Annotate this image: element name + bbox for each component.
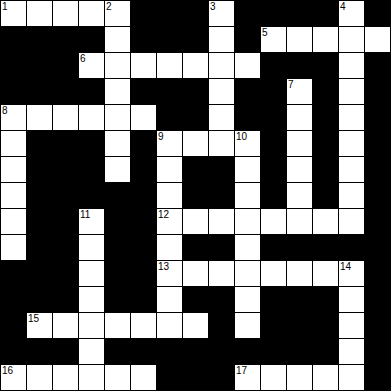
clue-number-12: 12 bbox=[158, 209, 169, 220]
cell-r13-c13[interactable] bbox=[339, 339, 364, 364]
clue-number-9: 9 bbox=[158, 131, 164, 142]
block-r11-c8 bbox=[209, 287, 234, 312]
cell-r10-c11[interactable] bbox=[287, 261, 312, 286]
cell-r14-c5[interactable] bbox=[131, 365, 156, 390]
cell-r3-c13[interactable] bbox=[339, 79, 364, 104]
cell-r5-c13[interactable] bbox=[339, 131, 364, 156]
cell-r12-c1[interactable]: 15 bbox=[27, 313, 52, 338]
cell-r8-c8[interactable] bbox=[209, 209, 234, 234]
cell-r8-c12[interactable] bbox=[313, 209, 338, 234]
cell-r2-c3[interactable]: 6 bbox=[79, 53, 104, 78]
block-r13-c14 bbox=[365, 339, 390, 364]
cell-r4-c5[interactable] bbox=[131, 105, 156, 130]
block-r3-c14 bbox=[365, 79, 390, 104]
clue-number-15: 15 bbox=[28, 313, 39, 324]
cell-r14-c4[interactable] bbox=[105, 365, 130, 390]
block-r3-c5 bbox=[131, 79, 156, 104]
cell-r8-c11[interactable] bbox=[287, 209, 312, 234]
cell-r8-c0[interactable] bbox=[1, 209, 26, 234]
block-r13-c6 bbox=[157, 339, 182, 364]
block-r14-c14 bbox=[365, 365, 390, 390]
block-r11-c11 bbox=[287, 287, 312, 312]
block-r5-c5 bbox=[131, 131, 156, 156]
block-r2-c2 bbox=[53, 53, 78, 78]
block-r13-c7 bbox=[183, 339, 208, 364]
cell-r11-c13[interactable] bbox=[339, 287, 364, 312]
cell-r14-c0[interactable]: 16 bbox=[1, 365, 26, 390]
cell-r14-c1[interactable] bbox=[27, 365, 52, 390]
cell-r2-c6[interactable] bbox=[157, 53, 182, 78]
block-r5-c10 bbox=[261, 131, 286, 156]
cell-r4-c4[interactable] bbox=[105, 105, 130, 130]
block-r9-c1 bbox=[27, 235, 52, 260]
cell-r7-c6[interactable] bbox=[157, 183, 182, 208]
cell-r7-c0[interactable] bbox=[1, 183, 26, 208]
block-r12-c8 bbox=[209, 313, 234, 338]
block-r6-c14 bbox=[365, 157, 390, 182]
cell-r12-c13[interactable] bbox=[339, 313, 364, 338]
cell-r7-c9[interactable] bbox=[235, 183, 260, 208]
clue-number-14: 14 bbox=[340, 261, 351, 272]
block-r7-c3 bbox=[79, 183, 104, 208]
cell-r8-c13[interactable] bbox=[339, 209, 364, 234]
cell-r1-c10[interactable]: 5 bbox=[261, 27, 286, 52]
cell-r6-c6[interactable] bbox=[157, 157, 182, 182]
cell-r0-c8[interactable]: 3 bbox=[209, 1, 234, 26]
cell-r1-c4[interactable] bbox=[105, 27, 130, 52]
cell-r12-c5[interactable] bbox=[131, 313, 156, 338]
block-r4-c10 bbox=[261, 105, 286, 130]
clue-number-11: 11 bbox=[80, 209, 90, 220]
block-r9-c10 bbox=[261, 235, 286, 260]
cell-r8-c7[interactable] bbox=[183, 209, 208, 234]
cell-r4-c1[interactable] bbox=[27, 105, 52, 130]
block-r13-c0 bbox=[1, 339, 26, 364]
cell-r10-c8[interactable] bbox=[209, 261, 234, 286]
block-r0-c10 bbox=[261, 1, 286, 26]
block-r3-c3 bbox=[79, 79, 104, 104]
cell-r10-c10[interactable] bbox=[261, 261, 286, 286]
block-r3-c1 bbox=[27, 79, 52, 104]
cell-r11-c6[interactable] bbox=[157, 287, 182, 312]
cell-r5-c7[interactable] bbox=[183, 131, 208, 156]
cell-r2-c8[interactable] bbox=[209, 53, 234, 78]
block-r0-c14 bbox=[365, 1, 390, 26]
block-r11-c5 bbox=[131, 287, 156, 312]
block-r13-c5 bbox=[131, 339, 156, 364]
block-r0-c11 bbox=[287, 1, 312, 26]
block-r2-c11 bbox=[287, 53, 312, 78]
block-r6-c3 bbox=[79, 157, 104, 182]
cell-r5-c0[interactable] bbox=[1, 131, 26, 156]
block-r4-c9 bbox=[235, 105, 260, 130]
clue-number-16: 16 bbox=[2, 365, 13, 376]
cell-r14-c13[interactable] bbox=[339, 365, 364, 390]
cell-r0-c4[interactable]: 2 bbox=[105, 1, 130, 26]
block-r12-c11 bbox=[287, 313, 312, 338]
block-r1-c3 bbox=[79, 27, 104, 52]
cell-r1-c8[interactable] bbox=[209, 27, 234, 52]
cell-r0-c3[interactable] bbox=[79, 1, 104, 26]
cell-r4-c13[interactable] bbox=[339, 105, 364, 130]
cell-r8-c10[interactable] bbox=[261, 209, 286, 234]
block-r9-c2 bbox=[53, 235, 78, 260]
cell-r14-c11[interactable] bbox=[287, 365, 312, 390]
block-r13-c9 bbox=[235, 339, 260, 364]
cell-r4-c0[interactable]: 8 bbox=[1, 105, 26, 130]
cell-r4-c3[interactable] bbox=[79, 105, 104, 130]
block-r9-c8 bbox=[209, 235, 234, 260]
block-r5-c1 bbox=[27, 131, 52, 156]
clue-number-7: 7 bbox=[288, 79, 294, 90]
cell-r6-c4[interactable] bbox=[105, 157, 130, 182]
block-r8-c4 bbox=[105, 209, 130, 234]
block-r9-c12 bbox=[313, 235, 338, 260]
cell-r11-c9[interactable] bbox=[235, 287, 260, 312]
block-r12-c12 bbox=[313, 313, 338, 338]
block-r11-c14 bbox=[365, 287, 390, 312]
crossword-grid: 1234567891011121314151617 bbox=[0, 0, 391, 391]
cell-r2-c5[interactable] bbox=[131, 53, 156, 78]
block-r10-c5 bbox=[131, 261, 156, 286]
block-r6-c5 bbox=[131, 157, 156, 182]
block-r13-c10 bbox=[261, 339, 286, 364]
block-r11-c2 bbox=[53, 287, 78, 312]
cell-r5-c9[interactable]: 10 bbox=[235, 131, 260, 156]
block-r11-c10 bbox=[261, 287, 286, 312]
block-r14-c7 bbox=[183, 365, 208, 390]
cell-r10-c12[interactable] bbox=[313, 261, 338, 286]
cell-r1-c11[interactable] bbox=[287, 27, 312, 52]
block-r2-c12 bbox=[313, 53, 338, 78]
clue-number-4: 4 bbox=[340, 1, 346, 12]
cell-r8-c3[interactable]: 11 bbox=[79, 209, 104, 234]
block-r9-c5 bbox=[131, 235, 156, 260]
cell-r7-c13[interactable] bbox=[339, 183, 364, 208]
clue-number-10: 10 bbox=[236, 131, 247, 142]
block-r0-c9 bbox=[235, 1, 260, 26]
block-r4-c7 bbox=[183, 105, 208, 130]
cell-r2-c7[interactable] bbox=[183, 53, 208, 78]
block-r1-c1 bbox=[27, 27, 52, 52]
block-r13-c12 bbox=[313, 339, 338, 364]
block-r7-c4 bbox=[105, 183, 130, 208]
block-r8-c1 bbox=[27, 209, 52, 234]
block-r4-c14 bbox=[365, 105, 390, 130]
cell-r5-c4[interactable] bbox=[105, 131, 130, 156]
cell-r10-c13[interactable]: 14 bbox=[339, 261, 364, 286]
block-r6-c8 bbox=[209, 157, 234, 182]
block-r9-c4 bbox=[105, 235, 130, 260]
cell-r0-c2[interactable] bbox=[53, 1, 78, 26]
block-r13-c4 bbox=[105, 339, 130, 364]
cell-r6-c13[interactable] bbox=[339, 157, 364, 182]
block-r6-c12 bbox=[313, 157, 338, 182]
block-r1-c5 bbox=[131, 27, 156, 52]
block-r5-c14 bbox=[365, 131, 390, 156]
clue-number-2: 2 bbox=[106, 1, 112, 12]
cell-r5-c8[interactable] bbox=[209, 131, 234, 156]
cell-r3-c11[interactable]: 7 bbox=[287, 79, 312, 104]
block-r3-c12 bbox=[313, 79, 338, 104]
cell-r5-c11[interactable] bbox=[287, 131, 312, 156]
block-r14-c6 bbox=[157, 365, 182, 390]
block-r12-c14 bbox=[365, 313, 390, 338]
block-r7-c1 bbox=[27, 183, 52, 208]
block-r3-c7 bbox=[183, 79, 208, 104]
block-r2-c1 bbox=[27, 53, 52, 78]
cell-r14-c2[interactable] bbox=[53, 365, 78, 390]
block-r11-c1 bbox=[27, 287, 52, 312]
clue-number-1: 1 bbox=[2, 1, 8, 12]
block-r5-c12 bbox=[313, 131, 338, 156]
cell-r0-c0[interactable]: 1 bbox=[1, 1, 26, 26]
block-r11-c12 bbox=[313, 287, 338, 312]
cell-r9-c6[interactable] bbox=[157, 235, 182, 260]
clue-number-17: 17 bbox=[236, 365, 247, 376]
block-r2-c0 bbox=[1, 53, 26, 78]
block-r3-c2 bbox=[53, 79, 78, 104]
block-r2-c10 bbox=[261, 53, 286, 78]
block-r0-c6 bbox=[157, 1, 182, 26]
block-r1-c0 bbox=[1, 27, 26, 52]
block-r14-c8 bbox=[209, 365, 234, 390]
block-r12-c0 bbox=[1, 313, 26, 338]
cell-r0-c13[interactable]: 4 bbox=[339, 1, 364, 26]
block-r9-c11 bbox=[287, 235, 312, 260]
block-r4-c6 bbox=[157, 105, 182, 130]
block-r10-c0 bbox=[1, 261, 26, 286]
clue-number-13: 13 bbox=[158, 261, 169, 272]
block-r6-c2 bbox=[53, 157, 78, 182]
clue-number-3: 3 bbox=[210, 1, 216, 12]
block-r11-c7 bbox=[183, 287, 208, 312]
block-r0-c12 bbox=[313, 1, 338, 26]
block-r10-c1 bbox=[27, 261, 52, 286]
block-r13-c1 bbox=[27, 339, 52, 364]
block-r9-c14 bbox=[365, 235, 390, 260]
block-r12-c10 bbox=[261, 313, 286, 338]
clue-number-8: 8 bbox=[2, 105, 8, 116]
block-r9-c13 bbox=[339, 235, 364, 260]
block-r5-c3 bbox=[79, 131, 104, 156]
block-r3-c9 bbox=[235, 79, 260, 104]
cell-r12-c6[interactable] bbox=[157, 313, 182, 338]
block-r2-c14 bbox=[365, 53, 390, 78]
cell-r0-c1[interactable] bbox=[27, 1, 52, 26]
cell-r12-c9[interactable] bbox=[235, 313, 260, 338]
cell-r4-c11[interactable] bbox=[287, 105, 312, 130]
cell-r14-c12[interactable] bbox=[313, 365, 338, 390]
block-r8-c14 bbox=[365, 209, 390, 234]
cell-r14-c10[interactable] bbox=[261, 365, 286, 390]
cell-r8-c9[interactable] bbox=[235, 209, 260, 234]
block-r11-c0 bbox=[1, 287, 26, 312]
block-r13-c11 bbox=[287, 339, 312, 364]
block-r8-c5 bbox=[131, 209, 156, 234]
block-r1-c9 bbox=[235, 27, 260, 52]
cell-r2-c13[interactable] bbox=[339, 53, 364, 78]
block-r7-c2 bbox=[53, 183, 78, 208]
block-r9-c7 bbox=[183, 235, 208, 260]
cell-r6-c9[interactable] bbox=[235, 157, 260, 182]
cell-r9-c9[interactable] bbox=[235, 235, 260, 260]
block-r10-c2 bbox=[53, 261, 78, 286]
block-r13-c8 bbox=[209, 339, 234, 364]
block-r6-c10 bbox=[261, 157, 286, 182]
block-r5-c2 bbox=[53, 131, 78, 156]
cell-r3-c4[interactable] bbox=[105, 79, 130, 104]
block-r3-c6 bbox=[157, 79, 182, 104]
cell-r13-c3[interactable] bbox=[79, 339, 104, 364]
cell-r10-c6[interactable]: 13 bbox=[157, 261, 182, 286]
block-r3-c10 bbox=[261, 79, 286, 104]
cell-r4-c8[interactable] bbox=[209, 105, 234, 130]
block-r6-c1 bbox=[27, 157, 52, 182]
block-r7-c12 bbox=[313, 183, 338, 208]
cell-r12-c7[interactable] bbox=[183, 313, 208, 338]
cell-r2-c9[interactable] bbox=[235, 53, 260, 78]
block-r3-c0 bbox=[1, 79, 26, 104]
cell-r10-c3[interactable] bbox=[79, 261, 104, 286]
cell-r9-c3[interactable] bbox=[79, 235, 104, 260]
block-r11-c4 bbox=[105, 287, 130, 312]
clue-number-6: 6 bbox=[80, 53, 86, 64]
cell-r12-c2[interactable] bbox=[53, 313, 78, 338]
cell-r11-c3[interactable] bbox=[79, 287, 104, 312]
block-r0-c7 bbox=[183, 1, 208, 26]
block-r0-c5 bbox=[131, 1, 156, 26]
block-r4-c12 bbox=[313, 105, 338, 130]
cell-r10-c9[interactable] bbox=[235, 261, 260, 286]
block-r7-c5 bbox=[131, 183, 156, 208]
cell-r8-c6[interactable]: 12 bbox=[157, 209, 182, 234]
cell-r14-c9[interactable]: 17 bbox=[235, 365, 260, 390]
cell-r14-c3[interactable] bbox=[79, 365, 104, 390]
cell-r12-c4[interactable] bbox=[105, 313, 130, 338]
cell-r3-c8[interactable] bbox=[209, 79, 234, 104]
cell-r6-c11[interactable] bbox=[287, 157, 312, 182]
cell-r1-c13[interactable] bbox=[339, 27, 364, 52]
cell-r1-c12[interactable] bbox=[313, 27, 338, 52]
cell-r2-c4[interactable] bbox=[105, 53, 130, 78]
block-r7-c14 bbox=[365, 183, 390, 208]
crossword-puzzle: 1234567891011121314151617 bbox=[0, 0, 391, 391]
block-r13-c2 bbox=[53, 339, 78, 364]
cell-r5-c6[interactable]: 9 bbox=[157, 131, 182, 156]
block-r1-c2 bbox=[53, 27, 78, 52]
block-r7-c7 bbox=[183, 183, 208, 208]
cell-r10-c7[interactable] bbox=[183, 261, 208, 286]
block-r6-c7 bbox=[183, 157, 208, 182]
cell-r12-c3[interactable] bbox=[79, 313, 104, 338]
cell-r6-c0[interactable] bbox=[1, 157, 26, 182]
block-r10-c14 bbox=[365, 261, 390, 286]
block-r1-c6 bbox=[157, 27, 182, 52]
block-r8-c2 bbox=[53, 209, 78, 234]
clue-number-5: 5 bbox=[262, 27, 268, 38]
cell-r4-c2[interactable] bbox=[53, 105, 78, 130]
block-r7-c10 bbox=[261, 183, 286, 208]
cell-r1-c14[interactable] bbox=[365, 27, 390, 52]
block-r7-c8 bbox=[209, 183, 234, 208]
cell-r9-c0[interactable] bbox=[1, 235, 26, 260]
block-r1-c7 bbox=[183, 27, 208, 52]
cell-r7-c11[interactable] bbox=[287, 183, 312, 208]
block-r10-c4 bbox=[105, 261, 130, 286]
